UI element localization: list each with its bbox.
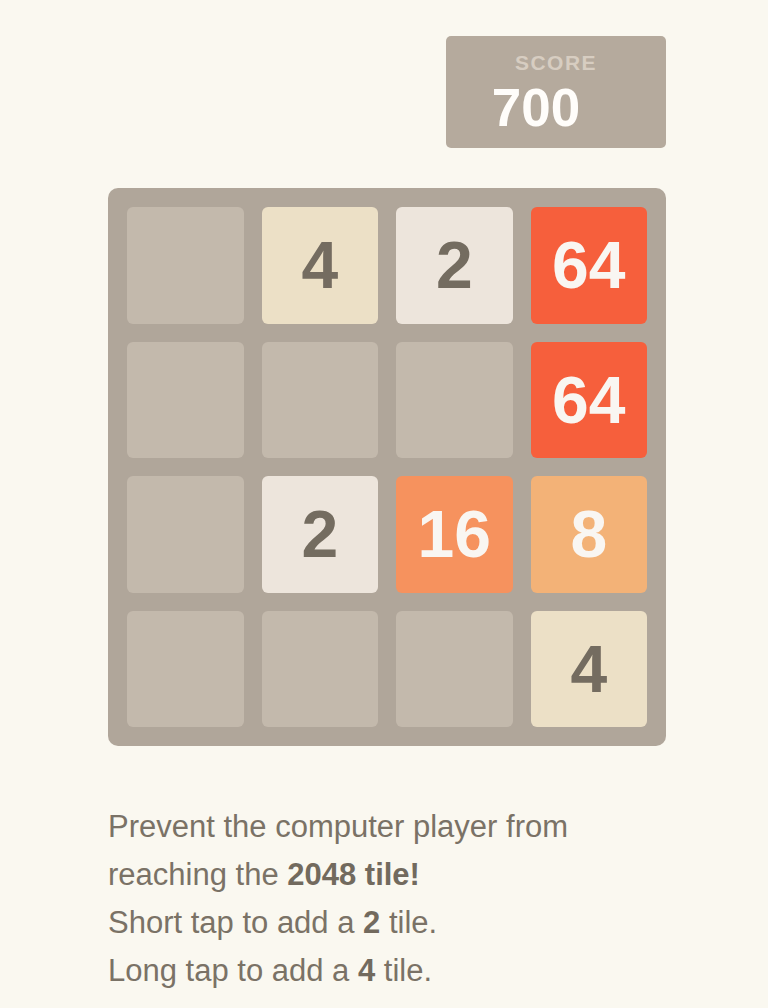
instruction-bold-text: 2 bbox=[363, 905, 380, 940]
instruction-text: reaching the bbox=[108, 857, 287, 892]
empty-cell[interactable] bbox=[396, 342, 513, 459]
game-board[interactable]: 42646421684 bbox=[108, 188, 666, 746]
empty-cell[interactable] bbox=[262, 611, 379, 728]
instruction-line: Prevent the computer player from bbox=[108, 803, 688, 851]
empty-cell[interactable] bbox=[262, 342, 379, 459]
tile-16[interactable]: 16 bbox=[396, 476, 513, 593]
tile-64[interactable]: 64 bbox=[531, 342, 648, 459]
tile-8[interactable]: 8 bbox=[531, 476, 648, 593]
empty-cell[interactable] bbox=[127, 476, 244, 593]
instruction-text: tile. bbox=[375, 953, 432, 988]
tile-2[interactable]: 2 bbox=[396, 207, 513, 324]
instruction-line: Short tap to add a 2 tile. bbox=[108, 899, 688, 947]
instruction-bold-text: 2048 tile! bbox=[287, 857, 420, 892]
instruction-text: Short tap to add a bbox=[108, 905, 363, 940]
instruction-line: Long tap to add a 4 tile. bbox=[108, 947, 688, 995]
game-page: SCORE 700 42646421684 Prevent the comput… bbox=[0, 0, 768, 1008]
score-value: 700 bbox=[492, 78, 580, 138]
score-label: SCORE bbox=[515, 48, 597, 78]
instruction-text: tile. bbox=[380, 905, 437, 940]
instruction-bold-text: 4 bbox=[358, 953, 375, 988]
tile-64[interactable]: 64 bbox=[531, 207, 648, 324]
empty-cell[interactable] bbox=[127, 342, 244, 459]
header-row: SCORE 700 bbox=[108, 36, 666, 148]
instruction-line: reaching the 2048 tile! bbox=[108, 851, 688, 899]
instructions: Prevent the computer player fromreaching… bbox=[108, 803, 688, 995]
instruction-text: Long tap to add a bbox=[108, 953, 358, 988]
score-box: SCORE 700 bbox=[446, 36, 666, 148]
empty-cell[interactable] bbox=[127, 207, 244, 324]
tile-4[interactable]: 4 bbox=[262, 207, 379, 324]
tile-2[interactable]: 2 bbox=[262, 476, 379, 593]
empty-cell[interactable] bbox=[127, 611, 244, 728]
empty-cell[interactable] bbox=[396, 611, 513, 728]
instruction-text: Prevent the computer player from bbox=[108, 809, 568, 844]
tile-4[interactable]: 4 bbox=[531, 611, 648, 728]
